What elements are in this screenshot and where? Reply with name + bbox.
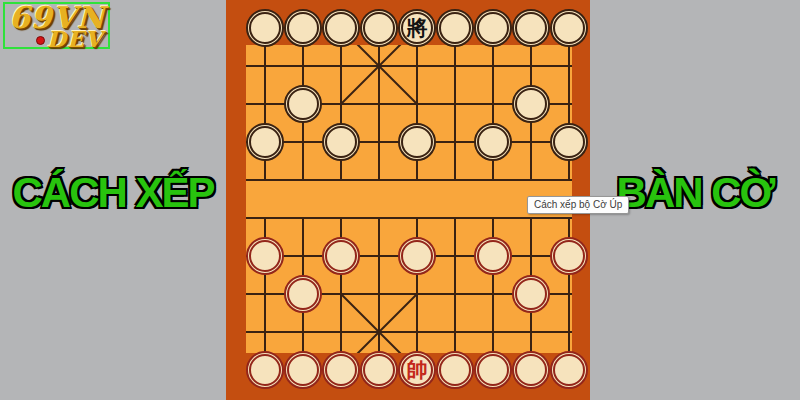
black-covered-piece[interactable] [322, 123, 360, 161]
red-covered-piece[interactable] [436, 351, 474, 389]
red-general-piece[interactable]: 帥 [398, 351, 436, 389]
red-covered-piece[interactable] [550, 237, 588, 275]
red-covered-piece[interactable] [550, 351, 588, 389]
black-covered-piece[interactable] [512, 9, 550, 47]
black-covered-piece[interactable] [284, 9, 322, 47]
black-covered-piece[interactable] [512, 85, 550, 123]
headline-cach-xep: CÁCH XẾP [0, 163, 226, 223]
black-covered-piece[interactable] [474, 9, 512, 47]
red-covered-piece[interactable] [512, 351, 550, 389]
black-covered-piece[interactable] [398, 123, 436, 161]
black-covered-piece[interactable] [360, 9, 398, 47]
logo-gem-icon [36, 36, 45, 45]
red-covered-piece[interactable] [474, 351, 512, 389]
red-covered-piece[interactable] [474, 237, 512, 275]
black-covered-piece[interactable] [322, 9, 360, 47]
image-tooltip: Cách xếp bộ Cờ Úp [527, 196, 629, 214]
red-covered-piece[interactable] [284, 275, 322, 313]
red-covered-piece[interactable] [322, 237, 360, 275]
headline-ban-co: BÀN CỜ [590, 163, 800, 223]
red-covered-piece[interactable] [246, 351, 284, 389]
black-covered-piece[interactable] [550, 123, 588, 161]
black-covered-piece[interactable] [246, 9, 284, 47]
black-covered-piece[interactable] [550, 9, 588, 47]
red-covered-piece[interactable] [360, 351, 398, 389]
red-piece-label: 帥 [407, 360, 428, 381]
red-covered-piece[interactable] [246, 237, 284, 275]
red-covered-piece[interactable] [398, 237, 436, 275]
black-covered-piece[interactable] [246, 123, 284, 161]
logo-text-dev: DEV [36, 26, 103, 52]
black-general-piece[interactable]: 將 [398, 9, 436, 47]
black-covered-piece[interactable] [474, 123, 512, 161]
red-covered-piece[interactable] [284, 351, 322, 389]
black-covered-piece[interactable] [284, 85, 322, 123]
black-piece-label: 將 [407, 18, 428, 39]
site-logo: 69VN DEV [3, 2, 110, 49]
red-covered-piece[interactable] [322, 351, 360, 389]
red-covered-piece[interactable] [512, 275, 550, 313]
black-covered-piece[interactable] [436, 9, 474, 47]
